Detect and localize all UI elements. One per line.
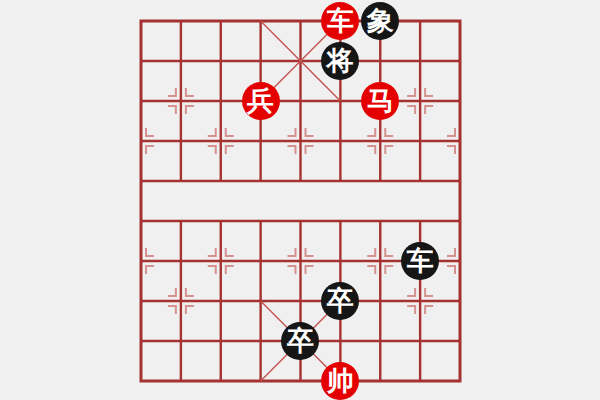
black-elephant[interactable]: 象: [361, 2, 399, 40]
black-general[interactable]: 将: [321, 42, 359, 80]
xiangqi-board: 车象将兵马车卒卒帅: [0, 0, 600, 400]
red-chariot[interactable]: 车: [321, 2, 359, 40]
red-soldier[interactable]: 兵: [242, 82, 280, 120]
red-horse[interactable]: 马: [361, 82, 399, 120]
red-general[interactable]: 帅: [321, 362, 359, 400]
black-soldier-2[interactable]: 卒: [281, 322, 319, 360]
black-chariot[interactable]: 车: [401, 242, 439, 280]
piece-grid: 车象将兵马车卒卒帅: [121, 1, 480, 400]
black-soldier-1[interactable]: 卒: [321, 282, 359, 320]
